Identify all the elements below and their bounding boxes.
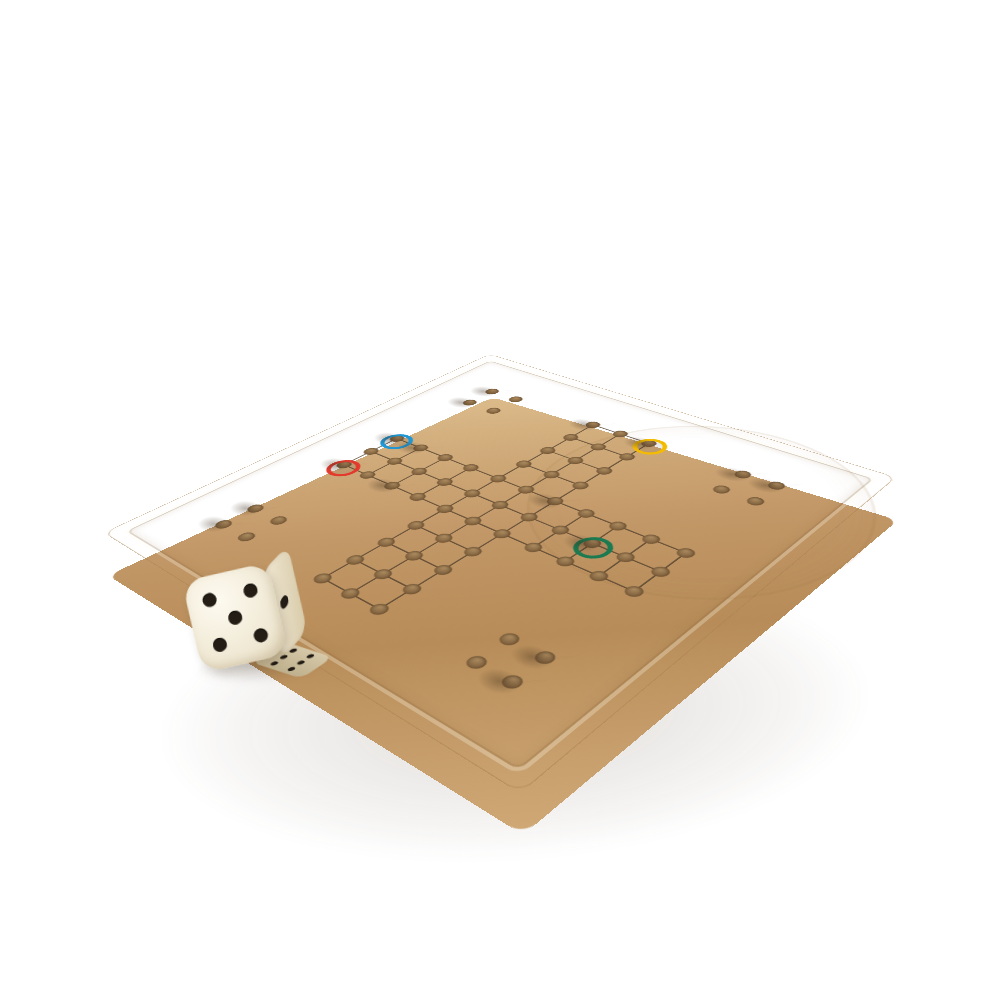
die-pip [280, 593, 290, 611]
board-hole [506, 395, 525, 403]
die-pip [278, 654, 288, 659]
photo-stage: ♟♟♟♟♟♟♟♟♟♟♟♟♟♟♟♟ [0, 0, 1000, 1000]
pawn-glyph: ♟ [611, 372, 684, 452]
die-pip [252, 627, 269, 644]
board-scene: ♟♟♟♟♟♟♟♟♟♟♟♟♟♟♟♟ [0, 0, 1000, 1000]
die-pip [227, 609, 244, 626]
board-hole [461, 515, 484, 527]
die[interactable] [180, 557, 349, 698]
die-pip [306, 654, 316, 659]
die-pip [211, 636, 228, 653]
track-line [444, 468, 472, 483]
track-line [349, 574, 383, 594]
die-pip [296, 660, 306, 665]
track-line [501, 534, 533, 548]
pawn-glyph: ♟ [459, 583, 560, 694]
die-pip [201, 592, 218, 609]
die-pip [269, 661, 279, 666]
die-pip [287, 667, 297, 672]
track-line [443, 538, 474, 552]
board-hole [267, 515, 290, 527]
pawn-glyph: ♟ [352, 412, 428, 495]
die-pip [242, 583, 259, 600]
pawn-glyph: ♟ [547, 460, 632, 553]
board-hole [490, 528, 514, 540]
pawn-glyph: ♟ [735, 408, 814, 495]
board-hole [613, 551, 638, 564]
pawn-glyph: ♟ [181, 447, 260, 534]
